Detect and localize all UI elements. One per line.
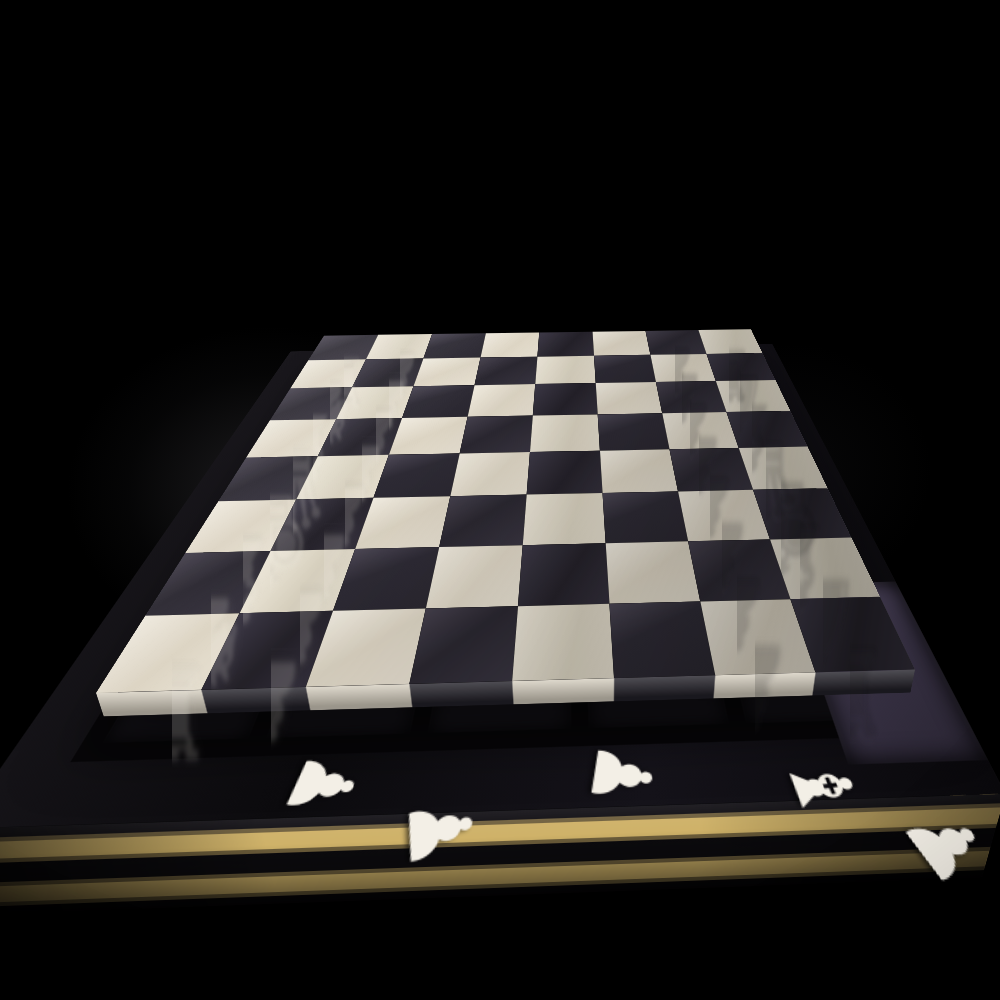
stored-white-pawn: ♟	[577, 739, 663, 814]
photo-stage: ♟♟♟♝♟ ♜♜♞♞♝♝♛♛♚♚♝♝♞♞♜♜♟♟♟♟♟♟♟♟♟♟♟♟♟♟♟♟♟♟…	[0, 0, 1000, 1000]
scene-3d: ♟♟♟♝♟ ♜♜♞♞♝♝♛♛♚♚♝♝♞♞♜♜♟♟♟♟♟♟♟♟♟♟♟♟♟♟♟♟♟♟…	[0, 0, 1000, 1000]
square-h5	[512, 604, 614, 681]
square-e3	[373, 453, 459, 497]
square-h4	[409, 606, 518, 684]
square-g4	[426, 545, 523, 608]
square-f4	[439, 495, 526, 547]
square-f5	[523, 493, 606, 545]
square-e4	[450, 452, 530, 496]
square-g5	[518, 543, 609, 606]
square-e6	[600, 449, 678, 493]
square-e5	[527, 451, 603, 495]
square-f6	[603, 491, 689, 543]
square-g6	[606, 541, 701, 603]
stored-white-pawn: ♟	[269, 749, 375, 822]
square-h6	[609, 601, 715, 678]
